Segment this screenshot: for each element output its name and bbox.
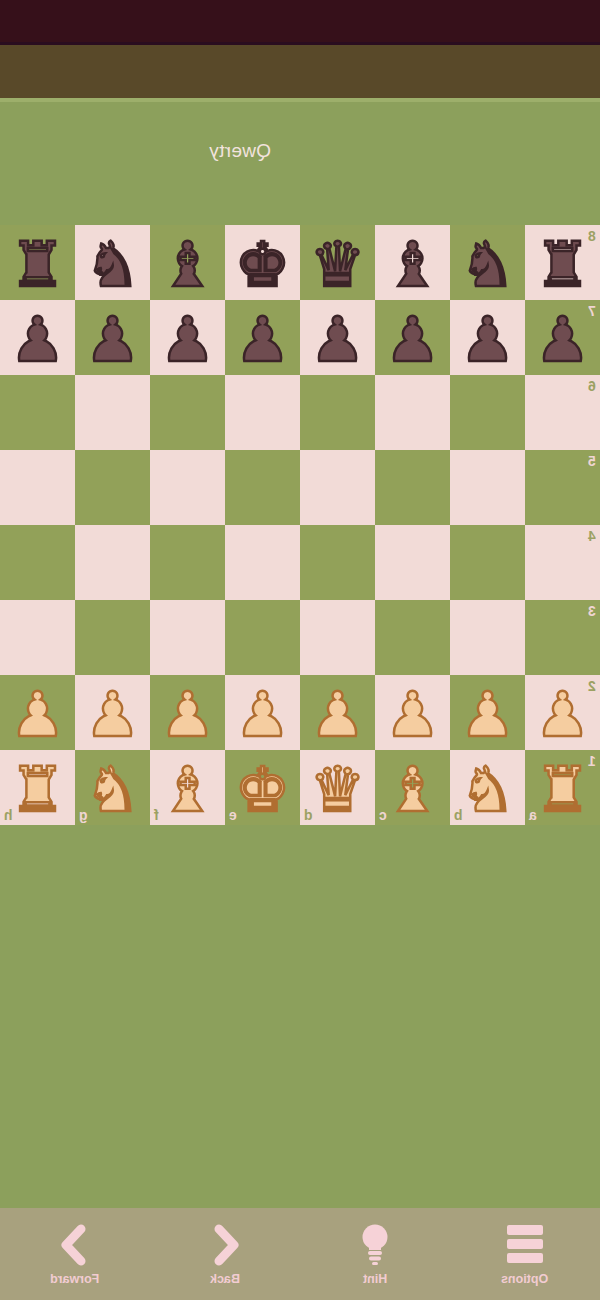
square-c2[interactable]: ♟: [375, 675, 450, 750]
square-h3[interactable]: [0, 600, 75, 675]
square-b5[interactable]: [450, 450, 525, 525]
square-b3[interactable]: [450, 600, 525, 675]
square-f6[interactable]: [150, 375, 225, 450]
square-g4[interactable]: [75, 525, 150, 600]
square-c8[interactable]: ♝: [375, 225, 450, 300]
file-label-b: b: [454, 808, 463, 822]
square-e7[interactable]: ♟: [225, 300, 300, 375]
options-label: Options: [501, 1272, 548, 1286]
rank-label-6: 6: [588, 379, 596, 393]
square-h4[interactable]: [0, 525, 75, 600]
white-rook: ♜: [10, 759, 66, 821]
square-b2[interactable]: ♟: [450, 675, 525, 750]
rank-label-4: 4: [588, 529, 596, 543]
square-f5[interactable]: [150, 450, 225, 525]
white-pawn: ♟: [85, 684, 141, 746]
chevron-left-icon: [53, 1222, 97, 1266]
square-a7[interactable]: ♟7: [525, 300, 600, 375]
black-bishop: ♝: [385, 234, 441, 296]
square-c4[interactable]: [375, 525, 450, 600]
white-pawn: ♟: [160, 684, 216, 746]
square-h1[interactable]: ♜h: [0, 750, 75, 825]
square-e1[interactable]: ♚e: [225, 750, 300, 825]
square-g8[interactable]: ♞: [75, 225, 150, 300]
forward-label: Forward: [50, 1272, 99, 1286]
white-king: ♚: [235, 759, 291, 821]
black-rook: ♜: [535, 234, 591, 296]
rank-label-3: 3: [588, 604, 596, 618]
square-f3[interactable]: [150, 600, 225, 675]
square-b4[interactable]: [450, 525, 525, 600]
black-pawn: ♟: [385, 309, 441, 371]
square-e5[interactable]: [225, 450, 300, 525]
square-h8[interactable]: ♜: [0, 225, 75, 300]
white-knight: ♞: [460, 759, 516, 821]
file-label-c: c: [379, 808, 387, 822]
square-a6[interactable]: 6: [525, 375, 600, 450]
square-e6[interactable]: [225, 375, 300, 450]
square-a1[interactable]: ♜1a: [525, 750, 600, 825]
square-g5[interactable]: [75, 450, 150, 525]
black-pawn: ♟: [160, 309, 216, 371]
square-b6[interactable]: [450, 375, 525, 450]
black-pawn: ♟: [460, 309, 516, 371]
file-label-h: h: [4, 808, 13, 822]
black-pawn: ♟: [10, 309, 66, 371]
hint-label: Hint: [363, 1272, 387, 1286]
white-queen: ♛: [310, 759, 366, 821]
square-e4[interactable]: [225, 525, 300, 600]
black-pawn: ♟: [310, 309, 366, 371]
square-c3[interactable]: [375, 600, 450, 675]
rank-label-7: 7: [588, 304, 596, 318]
square-b8[interactable]: ♞: [450, 225, 525, 300]
square-d1[interactable]: ♛d: [300, 750, 375, 825]
menu-icon: [503, 1222, 547, 1266]
square-f4[interactable]: [150, 525, 225, 600]
white-pawn: ♟: [10, 684, 66, 746]
opponent-name: Qwerty: [0, 140, 480, 162]
square-d2[interactable]: ♟: [300, 675, 375, 750]
square-b1[interactable]: ♞b: [450, 750, 525, 825]
square-g7[interactable]: ♟: [75, 300, 150, 375]
white-pawn: ♟: [310, 684, 366, 746]
file-label-d: d: [304, 808, 313, 822]
square-c7[interactable]: ♟: [375, 300, 450, 375]
board-background: [0, 825, 600, 1208]
square-a2[interactable]: ♟2: [525, 675, 600, 750]
opponent-header: Qwerty: [0, 102, 600, 225]
status-bar: [0, 0, 600, 42]
white-bishop: ♝: [160, 759, 216, 821]
square-d6[interactable]: [300, 375, 375, 450]
square-e3[interactable]: [225, 600, 300, 675]
square-d8[interactable]: ♛: [300, 225, 375, 300]
rank-label-2: 2: [588, 679, 596, 693]
black-knight: ♞: [460, 234, 516, 296]
rank-label-8: 8: [588, 229, 596, 243]
black-pawn: ♟: [535, 309, 591, 371]
square-d4[interactable]: [300, 525, 375, 600]
square-g1[interactable]: ♞g: [75, 750, 150, 825]
square-a5[interactable]: 5: [525, 450, 600, 525]
square-d5[interactable]: [300, 450, 375, 525]
square-g2[interactable]: ♟: [75, 675, 150, 750]
white-rook: ♜: [535, 759, 591, 821]
white-pawn: ♟: [460, 684, 516, 746]
square-a8[interactable]: ♜8: [525, 225, 600, 300]
file-label-f: f: [154, 808, 159, 822]
rank-label-1: 1: [588, 754, 596, 768]
square-g3[interactable]: [75, 600, 150, 675]
rank-label-5: 5: [588, 454, 596, 468]
white-pawn: ♟: [535, 684, 591, 746]
square-c5[interactable]: [375, 450, 450, 525]
forward-button[interactable]: Forward: [0, 1208, 150, 1300]
white-pawn: ♟: [235, 684, 291, 746]
square-g6[interactable]: [75, 375, 150, 450]
square-e2[interactable]: ♟: [225, 675, 300, 750]
back-label: Back: [210, 1272, 240, 1286]
chevron-right-icon: [203, 1222, 247, 1266]
app-title-bar: [0, 45, 600, 98]
white-bishop: ♝: [385, 759, 441, 821]
square-c6[interactable]: [375, 375, 450, 450]
chess-board: ♜♞♝♚♛♝♞♜8♟♟♟♟♟♟♟♟76543♟♟♟♟♟♟♟♟2♜h♞g♝f♚e♛…: [0, 225, 600, 825]
square-h2[interactable]: ♟: [0, 675, 75, 750]
square-h5[interactable]: [0, 450, 75, 525]
black-pawn: ♟: [235, 309, 291, 371]
black-queen: ♛: [310, 234, 366, 296]
black-bishop: ♝: [160, 234, 216, 296]
lightbulb-icon: [353, 1222, 397, 1266]
square-f2[interactable]: ♟: [150, 675, 225, 750]
square-c1[interactable]: ♝c: [375, 750, 450, 825]
bottom-nav: Forward Back Hint Options: [0, 1208, 600, 1300]
square-f8[interactable]: ♝: [150, 225, 225, 300]
square-a4[interactable]: 4: [525, 525, 600, 600]
file-label-g: g: [79, 808, 88, 822]
black-king: ♚: [235, 234, 291, 296]
hint-button[interactable]: Hint: [300, 1208, 450, 1300]
black-knight: ♞: [85, 234, 141, 296]
square-d7[interactable]: ♟: [300, 300, 375, 375]
square-a3[interactable]: 3: [525, 600, 600, 675]
file-label-a: a: [529, 808, 537, 822]
square-e8[interactable]: ♚: [225, 225, 300, 300]
back-button[interactable]: Back: [150, 1208, 300, 1300]
square-d3[interactable]: [300, 600, 375, 675]
black-pawn: ♟: [85, 309, 141, 371]
file-label-e: e: [229, 808, 237, 822]
square-f1[interactable]: ♝f: [150, 750, 225, 825]
white-knight: ♞: [85, 759, 141, 821]
black-rook: ♜: [10, 234, 66, 296]
square-h7[interactable]: ♟: [0, 300, 75, 375]
square-f7[interactable]: ♟: [150, 300, 225, 375]
options-button[interactable]: Options: [450, 1208, 600, 1300]
square-h6[interactable]: [0, 375, 75, 450]
square-b7[interactable]: ♟: [450, 300, 525, 375]
white-pawn: ♟: [385, 684, 441, 746]
